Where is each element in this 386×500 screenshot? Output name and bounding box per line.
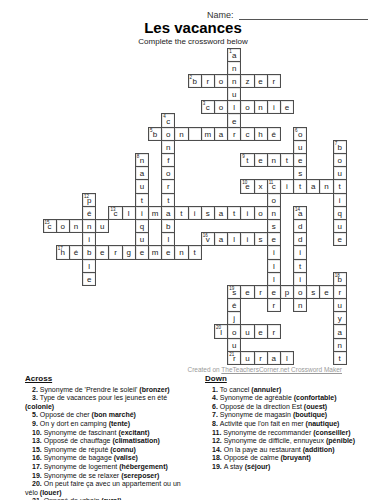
grid-cell[interactable]: u — [135, 232, 149, 246]
cell-letter: z — [245, 78, 249, 86]
grid-cell[interactable]: r — [267, 324, 281, 338]
grid-cell[interactable]: s — [201, 206, 215, 220]
cell-letter: e — [272, 289, 276, 297]
cell-letter: a — [219, 210, 223, 218]
grid-cell[interactable]: n — [333, 338, 347, 352]
grid-cell[interactable]: t — [188, 245, 202, 259]
grid-cell[interactable]: o — [227, 324, 241, 338]
grid-cell[interactable]: 10e — [240, 179, 254, 193]
grid-cell[interactable]: 11c — [267, 179, 281, 193]
grid-cell[interactable]: a — [214, 232, 228, 246]
grid-cell[interactable]: e — [254, 74, 268, 88]
grid-cell[interactable]: a — [267, 351, 281, 365]
cell-letter: n — [232, 65, 236, 73]
grid-cell[interactable]: n — [227, 74, 241, 88]
grid-cell[interactable]: i — [267, 245, 281, 259]
cell-letter: h — [258, 131, 262, 139]
grid-cell[interactable]: n — [293, 298, 307, 312]
cell-letter: u — [298, 144, 302, 152]
cell-letter: n — [232, 78, 236, 86]
grid-cell[interactable]: a — [214, 127, 228, 141]
cell-letter: e — [298, 157, 302, 165]
clue-item: 5. Opposé de cher (bon marché) — [25, 411, 195, 420]
clue-answer: (hébergement) — [119, 463, 168, 470]
cell-letter: t — [180, 210, 182, 218]
clue-answer: (bronzer) — [139, 386, 169, 393]
clue-text: Synonyme de recommander — [223, 429, 313, 436]
grid-cell[interactable]: o — [333, 153, 347, 167]
grid-cell[interactable]: 19s — [227, 285, 241, 299]
grid-cell[interactable]: n — [161, 140, 175, 154]
cell-number: 21 — [229, 352, 234, 357]
clue-text: Opposé de cher — [40, 411, 92, 418]
grid-cell[interactable]: n — [319, 179, 333, 193]
clue-text: To cancel — [220, 386, 252, 393]
cell-letter: a — [219, 131, 223, 139]
grid-cell[interactable]: é — [69, 245, 83, 259]
grid-cell[interactable]: d — [293, 232, 307, 246]
grid-cell[interactable]: 9t — [240, 153, 254, 167]
cell-number: 15 — [45, 220, 50, 225]
grid-cell[interactable]: n — [267, 206, 281, 220]
cell-letter: a — [219, 236, 223, 244]
cell-letter: g — [126, 249, 130, 257]
grid-cell[interactable]: r — [267, 298, 281, 312]
grid-cell[interactable]: u — [227, 338, 241, 352]
clue-number: 11. — [212, 429, 223, 436]
down-clues: Down 1. To cancel (annuler)4. Synonyme d… — [205, 375, 382, 500]
grid-cell[interactable]: r — [201, 74, 215, 88]
grid-cell[interactable]: a — [214, 206, 228, 220]
clue-number: 5. — [32, 411, 40, 418]
clue-answer: (confortable) — [294, 394, 337, 401]
grid-cell[interactable]: o — [254, 206, 268, 220]
grid-cell[interactable]: 17h — [56, 245, 70, 259]
cell-letter: n — [74, 223, 78, 231]
grid-cell[interactable]: 14a — [293, 206, 307, 220]
clue-answer: (connu) — [110, 446, 136, 453]
clue-text: Synonyme de magasin — [220, 411, 293, 418]
cell-number: 17 — [58, 246, 63, 251]
grid-cell[interactable]: j — [227, 311, 241, 325]
cell-letter: e — [100, 249, 104, 257]
grid-cell[interactable]: r — [108, 245, 122, 259]
cell-letter: o — [298, 131, 302, 139]
grid-cell[interactable]: 1a — [227, 48, 241, 62]
grid-cell[interactable]: 3c — [201, 100, 215, 114]
across-heading: Across — [25, 375, 195, 384]
grid-cell[interactable]: u — [293, 140, 307, 154]
cell-letter: t — [167, 197, 169, 205]
cell-letter: m — [152, 249, 159, 257]
grid-cell[interactable]: n — [227, 61, 241, 75]
clue-number: 14. — [212, 446, 224, 453]
grid-cell[interactable]: e — [227, 113, 241, 127]
clue-number: 13. — [32, 437, 44, 444]
cell-number: 5 — [150, 128, 153, 133]
grid-cell[interactable]: s — [254, 232, 268, 246]
grid-cell[interactable]: t — [174, 206, 188, 220]
clue-number: 19. — [32, 472, 44, 479]
grid-cell[interactable]: i — [82, 232, 96, 246]
clue-answer: (bon marché) — [92, 411, 136, 418]
clue-number: 1. — [212, 386, 220, 393]
clue-item: 20. On peut faire ça avec un appartement… — [25, 480, 195, 497]
cell-number: 9 — [242, 154, 245, 159]
grid-cell[interactable]: n — [69, 219, 83, 233]
grid-cell[interactable]: t — [333, 179, 347, 193]
grid-cell[interactable]: u — [227, 87, 241, 101]
cell-letter: t — [286, 157, 288, 165]
grid-cell[interactable]: n — [254, 100, 268, 114]
grid-cell[interactable]: 15c — [43, 219, 57, 233]
grid-cell[interactable]: t — [280, 153, 294, 167]
cell-letter: i — [299, 276, 301, 284]
grid-cell[interactable]: p — [280, 285, 294, 299]
grid-cell[interactable]: y — [333, 311, 347, 325]
grid-cell[interactable]: t — [227, 206, 241, 220]
grid-cell[interactable]: o — [214, 100, 228, 114]
grid-cell[interactable]: é — [227, 298, 241, 312]
grid-cell[interactable]: o — [293, 285, 307, 299]
grid-cell[interactable]: u — [333, 219, 347, 233]
cell-letter: r — [272, 329, 275, 337]
clue-item: 1. To cancel (annuler) — [205, 386, 382, 395]
grid-cell[interactable]: o — [240, 100, 254, 114]
clue-text: Synonyme de réputé — [44, 446, 111, 453]
grid-cell[interactable]: e — [333, 232, 347, 246]
grid-cell[interactable]: s — [267, 219, 281, 233]
attribution-link[interactable]: TheTeachersCorner.net Crossword Maker — [221, 366, 342, 373]
grid-cell[interactable]: l — [280, 351, 294, 365]
cell-letter: y — [338, 315, 342, 323]
grid-cell[interactable]: r — [161, 179, 175, 193]
grid-cell[interactable]: l — [227, 100, 241, 114]
cell-number: 1 — [229, 49, 232, 54]
clue-answer: (excitant) — [118, 429, 149, 436]
cell-letter: a — [337, 329, 341, 337]
cell-letter: o — [298, 289, 302, 297]
grid-cell[interactable]: m — [148, 206, 162, 220]
cell-letter: e — [232, 118, 236, 126]
grid-cell[interactable]: d — [293, 219, 307, 233]
grid-cell[interactable]: x — [254, 179, 268, 193]
clue-item: 19. A stay (séjour) — [205, 463, 382, 472]
grid-cell[interactable]: m — [201, 127, 215, 141]
grid-cell[interactable]: r — [254, 351, 268, 365]
cell-letter: c — [245, 131, 249, 139]
clue-number: 12. — [212, 437, 224, 444]
cell-letter: i — [247, 236, 249, 244]
grid-cell[interactable]: a — [161, 206, 175, 220]
grid-cell[interactable]: u — [240, 324, 254, 338]
grid-cell[interactable]: e — [254, 153, 268, 167]
grid-cell[interactable]: t — [293, 179, 307, 193]
clue-item: 13. Opposé de chauffage (climatisation) — [25, 437, 195, 446]
grid-cell[interactable]: i — [333, 193, 347, 207]
cell-letter: u — [337, 223, 341, 231]
clue-number: 8. — [212, 420, 220, 427]
clue-text: On la paye au restaurant — [224, 446, 303, 453]
clue-text: Opposé de calme — [224, 454, 281, 461]
clue-lists: Across 2. Synonyme de 'Prendre le soleil… — [25, 375, 382, 500]
clue-item: 15. Synonyme de réputé (connu) — [25, 446, 195, 455]
clue-number: 7. — [212, 411, 220, 418]
grid-cell[interactable]: 12p — [82, 193, 96, 207]
cell-letter: o — [166, 170, 170, 178]
grid-cell[interactable]: e — [267, 285, 281, 299]
clue-item: 9. On y dort en camping (tente) — [25, 420, 195, 429]
cell-letter: u — [140, 183, 144, 191]
cell-number: 14 — [295, 207, 300, 212]
cell-letter: a — [311, 183, 315, 191]
cell-letter: f — [167, 157, 169, 165]
grid-cell[interactable]: r — [254, 285, 268, 299]
grid-cell[interactable]: r — [333, 285, 347, 299]
grid-cell[interactable]: n — [267, 153, 281, 167]
grid-cell[interactable]: 16v — [201, 232, 215, 246]
cell-letter: a — [140, 170, 144, 178]
cell-letter: s — [311, 289, 315, 297]
clue-item: 6. Opposé de la direction Est (ouest) — [205, 403, 382, 412]
grid-cell[interactable]: i — [188, 206, 202, 220]
cell-letter: s — [272, 223, 276, 231]
cell-number: 7 — [335, 141, 338, 146]
clue-answer: (ouest) — [304, 403, 327, 410]
clue-answer: (boutique) — [293, 411, 327, 418]
cell-number: 4 — [163, 114, 166, 119]
grid-cell[interactable]: n — [174, 245, 188, 259]
grid-cell[interactable]: i — [267, 100, 281, 114]
grid-cell[interactable]: c — [240, 127, 254, 141]
grid-cell[interactable]: l — [82, 259, 96, 273]
cell-letter: l — [88, 263, 90, 271]
cell-letter: n — [179, 249, 183, 257]
clue-answer: (conseiller) — [313, 429, 350, 436]
grid-cell[interactable]: h — [254, 127, 268, 141]
clue-text: Synonyme de fascinant — [44, 429, 119, 436]
grid-cell[interactable]: 13c — [108, 206, 122, 220]
cell-letter: n — [258, 104, 262, 112]
clue-number: 17. — [32, 463, 44, 470]
attribution-prefix: Created on — [187, 366, 221, 373]
clue-answer: (climatisation) — [112, 437, 159, 444]
grid-cell[interactable]: u — [333, 298, 347, 312]
cell-letter: u — [337, 302, 341, 310]
cell-letter: b — [166, 223, 170, 231]
cell-number: 11 — [269, 180, 274, 185]
grid-cell[interactable]: a — [333, 324, 347, 338]
grid-cell[interactable]: e — [240, 285, 254, 299]
grid-cell[interactable]: o — [267, 193, 281, 207]
grid-cell[interactable]: i — [240, 206, 254, 220]
cell-number: 19 — [229, 286, 234, 291]
cell-letter: o — [219, 104, 223, 112]
clue-number: 6. — [212, 403, 220, 410]
grid-cell[interactable]: s — [306, 285, 320, 299]
cell-letter: i — [88, 236, 90, 244]
cell-letter: n — [87, 223, 91, 231]
grid-cell[interactable]: i — [280, 179, 294, 193]
grid-cell[interactable]: r — [227, 127, 241, 141]
grid-cell[interactable]: 7b — [333, 140, 347, 154]
cell-letter: r — [272, 78, 275, 86]
cell-letter: n — [140, 157, 144, 165]
cell-letter: o — [258, 210, 262, 218]
clue-text: Opposé de la direction Est — [220, 403, 304, 410]
cell-number: 20 — [216, 325, 221, 330]
grid-cell[interactable]: o — [161, 127, 175, 141]
grid-cell[interactable]: u — [333, 166, 347, 180]
cell-letter: t — [299, 263, 301, 271]
cell-letter: l — [167, 236, 169, 244]
cell-letter: r — [259, 289, 262, 297]
grid-cell[interactable]: o — [214, 74, 228, 88]
grid-cell[interactable]: 20l — [214, 324, 228, 338]
cell-number: 6 — [295, 128, 298, 133]
grid-cell[interactable]: n — [82, 219, 96, 233]
cell-letter: l — [273, 276, 275, 284]
cell-letter: b — [153, 131, 157, 139]
down-heading: Down — [205, 375, 382, 384]
grid-cell[interactable]: 8n — [135, 153, 149, 167]
grid-cell[interactable]: b — [82, 245, 96, 259]
cell-letter: o — [219, 78, 223, 86]
clue-text: Synonyme de bagage — [44, 454, 114, 461]
grid-cell[interactable]: i — [240, 232, 254, 246]
clue-text: Synonyme de difficile, ennuyeux — [224, 437, 326, 444]
grid-cell[interactable]: e — [95, 245, 109, 259]
cell-letter: n — [272, 210, 276, 218]
grid-cell[interactable]: f — [161, 153, 175, 167]
cell-letter: n — [166, 144, 170, 152]
clue-item: 8. Activité que l'on fait en mer (nautiq… — [205, 420, 382, 429]
cell-letter: l — [128, 210, 130, 218]
grid-cell[interactable]: m — [148, 245, 162, 259]
cell-letter: x — [259, 183, 263, 191]
cell-letter: o — [337, 157, 341, 165]
grid-cell[interactable]: i — [293, 272, 307, 286]
grid-cell[interactable]: r — [267, 74, 281, 88]
clue-item: 18. Opposé de calme (bruyant) — [205, 454, 382, 463]
grid-cell[interactable]: t — [161, 193, 175, 207]
cell-letter: r — [233, 131, 236, 139]
clue-number: 16. — [32, 454, 44, 461]
grid-cell[interactable]: u — [135, 179, 149, 193]
grid-cell[interactable]: l — [267, 259, 281, 273]
clue-text: A stay — [224, 463, 245, 470]
grid-cell[interactable]: o — [56, 219, 70, 233]
grid-cell[interactable] — [188, 127, 202, 141]
grid-cell[interactable]: a — [306, 179, 320, 193]
cell-letter: d — [298, 223, 302, 231]
cell-letter: n — [324, 183, 328, 191]
grid-cell[interactable]: t — [333, 351, 347, 365]
cell-letter: i — [299, 249, 301, 257]
cell-number: 16 — [203, 233, 208, 238]
grid-cell[interactable]: e — [319, 285, 333, 299]
grid-cell[interactable]: s — [293, 166, 307, 180]
cell-number: 13 — [110, 207, 115, 212]
clue-answer: (colonie) — [25, 403, 54, 410]
page-title: Les vacances — [0, 19, 386, 36]
cell-letter: r — [167, 183, 170, 191]
grid-cell[interactable]: 4c — [161, 113, 175, 127]
clue-item: 14. On la paye au restaurant (addition) — [205, 446, 382, 455]
grid-cell[interactable]: l — [267, 272, 281, 286]
grid-cell[interactable]: 21r — [227, 351, 241, 365]
cell-letter: l — [233, 236, 235, 244]
grid-cell[interactable]: e — [254, 324, 268, 338]
cell-letter: t — [339, 355, 341, 363]
cell-letter: r — [114, 249, 117, 257]
grid-cell[interactable]: l — [161, 232, 175, 246]
cell-letter: e — [245, 289, 249, 297]
grid-cell[interactable]: e — [135, 245, 149, 259]
cell-letter: i — [194, 210, 196, 218]
grid-cell[interactable]: 2b — [188, 74, 202, 88]
grid-cell[interactable]: e — [161, 245, 175, 259]
clue-number: 2. — [32, 386, 40, 393]
grid-cell[interactable]: e — [82, 272, 96, 286]
grid-cell[interactable]: t — [135, 193, 149, 207]
grid-cell[interactable]: é — [82, 206, 96, 220]
cell-letter: e — [258, 157, 262, 165]
grid-cell[interactable]: 6o — [293, 127, 307, 141]
clue-answer: (bruyant) — [281, 454, 311, 461]
grid-cell[interactable]: u — [95, 219, 109, 233]
cell-letter: o — [232, 329, 236, 337]
grid-cell[interactable]: l — [122, 206, 136, 220]
cell-letter: b — [337, 144, 341, 152]
grid-cell[interactable]: z — [240, 74, 254, 88]
grid-cell[interactable]: é — [267, 127, 281, 141]
grid-cell[interactable]: e — [267, 232, 281, 246]
grid-cell[interactable]: u — [240, 351, 254, 365]
grid-cell[interactable]: b — [161, 219, 175, 233]
grid-cell[interactable]: t — [293, 259, 307, 273]
clue-text: Synonyme de agréable — [220, 394, 294, 401]
cell-letter: é — [232, 302, 236, 310]
clue-item: 7. Synonyme de magasin (boutique) — [205, 411, 382, 420]
grid-cell[interactable]: a — [135, 166, 149, 180]
crossword-grid: 1an2bronzeru3colonie4ce5bonmarché6onu7b8… — [43, 48, 346, 365]
grid-cell[interactable]: e — [293, 153, 307, 167]
cell-letter: e — [285, 104, 289, 112]
grid-cell[interactable]: o — [161, 166, 175, 180]
grid-cell[interactable]: g — [122, 245, 136, 259]
cell-letter: e — [166, 249, 170, 257]
grid-cell[interactable]: 5b — [148, 127, 162, 141]
grid-cell[interactable]: e — [280, 100, 294, 114]
cell-letter: n — [179, 131, 183, 139]
grid-cell[interactable]: q — [333, 206, 347, 220]
cell-letter: u — [245, 355, 249, 363]
grid-cell[interactable]: i — [135, 206, 149, 220]
cell-letter: l — [286, 355, 288, 363]
grid-cell[interactable]: l — [227, 232, 241, 246]
clue-text: Synonyme de logement — [44, 463, 120, 470]
clue-answer: (pénible) — [326, 437, 355, 444]
clue-answer: (séjour) — [245, 463, 271, 470]
grid-cell[interactable]: q — [135, 219, 149, 233]
grid-cell[interactable]: i — [293, 245, 307, 259]
clue-text: On y dort en camping — [40, 420, 109, 427]
cell-letter: d — [298, 236, 302, 244]
grid-cell[interactable]: n — [174, 127, 188, 141]
grid-cell[interactable]: 18b — [333, 272, 347, 286]
cell-letter: r — [272, 302, 275, 310]
